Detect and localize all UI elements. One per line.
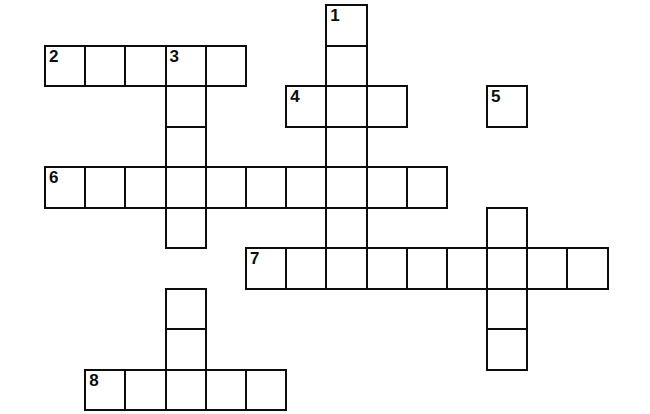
cell-r9c12[interactable] bbox=[486, 328, 528, 371]
cell-r3c7[interactable]: 4 bbox=[285, 85, 327, 128]
cell-r5c1[interactable]: 6 bbox=[44, 166, 86, 209]
cell-r10c2[interactable]: 8 bbox=[84, 369, 126, 412]
crossword-grid: 12345678 bbox=[44, 4, 607, 409]
cell-r5c5[interactable] bbox=[205, 166, 247, 209]
cell-r10c4[interactable] bbox=[165, 369, 207, 412]
cell-r7c7[interactable] bbox=[285, 247, 327, 290]
clue-number-5: 5 bbox=[491, 88, 500, 106]
cell-r3c9[interactable] bbox=[366, 85, 408, 128]
cell-r10c3[interactable] bbox=[124, 369, 166, 412]
cell-r7c10[interactable] bbox=[406, 247, 448, 290]
cell-r8c12[interactable] bbox=[486, 288, 528, 331]
cell-r7c6[interactable]: 7 bbox=[245, 247, 287, 290]
cell-r10c6[interactable] bbox=[245, 369, 287, 412]
cell-r7c8[interactable] bbox=[325, 247, 367, 290]
cell-r2c3[interactable] bbox=[124, 45, 166, 88]
cell-r10c5[interactable] bbox=[205, 369, 247, 412]
cell-r5c10[interactable] bbox=[406, 166, 448, 209]
cell-r2c4[interactable]: 3 bbox=[165, 45, 207, 88]
cell-r2c8[interactable] bbox=[325, 45, 367, 88]
cell-r6c12[interactable] bbox=[486, 207, 528, 250]
cell-r5c2[interactable] bbox=[84, 166, 126, 209]
cell-r5c3[interactable] bbox=[124, 166, 166, 209]
cell-r5c9[interactable] bbox=[366, 166, 408, 209]
cell-r6c8[interactable] bbox=[325, 207, 367, 250]
cell-r5c6[interactable] bbox=[245, 166, 287, 209]
cell-r2c2[interactable] bbox=[84, 45, 126, 88]
clue-number-3: 3 bbox=[170, 48, 179, 66]
crossword-page: 12345678 bbox=[0, 0, 650, 414]
clue-number-7: 7 bbox=[250, 250, 259, 268]
clue-number-1: 1 bbox=[330, 7, 339, 25]
cell-r3c8[interactable] bbox=[325, 85, 367, 128]
cell-r8c4[interactable] bbox=[165, 288, 207, 331]
clue-number-4: 4 bbox=[290, 88, 299, 106]
cell-r5c7[interactable] bbox=[285, 166, 327, 209]
cell-r7c13[interactable] bbox=[526, 247, 568, 290]
cell-r3c12[interactable]: 5 bbox=[486, 85, 528, 128]
cell-r7c12[interactable] bbox=[486, 247, 528, 290]
cell-r9c4[interactable] bbox=[165, 328, 207, 371]
cell-r6c4[interactable] bbox=[165, 207, 207, 250]
cell-r7c11[interactable] bbox=[446, 247, 488, 290]
clue-number-8: 8 bbox=[89, 372, 98, 390]
cell-r2c5[interactable] bbox=[205, 45, 247, 88]
clue-number-6: 6 bbox=[49, 169, 58, 187]
cell-r3c4[interactable] bbox=[165, 85, 207, 128]
cell-r2c1[interactable]: 2 bbox=[44, 45, 86, 88]
cell-r4c8[interactable] bbox=[325, 126, 367, 169]
cell-r7c9[interactable] bbox=[366, 247, 408, 290]
clue-number-2: 2 bbox=[49, 48, 58, 66]
cell-r5c4[interactable] bbox=[165, 166, 207, 209]
cell-r7c14[interactable] bbox=[566, 247, 608, 290]
cell-r4c4[interactable] bbox=[165, 126, 207, 169]
cell-r5c8[interactable] bbox=[325, 166, 367, 209]
cell-r1c8[interactable]: 1 bbox=[325, 4, 367, 47]
